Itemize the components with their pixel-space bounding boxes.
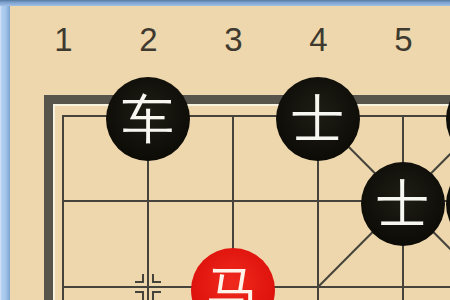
window-frame-top-edge <box>0 0 450 6</box>
black-chariot[interactable]: 车 <box>106 77 190 161</box>
xiangqi-board-viewport: 12345 车士士马 <box>0 0 450 300</box>
black-advisor[interactable]: 士 <box>276 77 360 161</box>
window-frame-left-edge <box>0 6 10 300</box>
black-advisor[interactable]: 士 <box>361 162 445 246</box>
